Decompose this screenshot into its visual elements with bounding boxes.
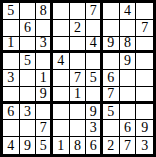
cell-r3c7[interactable]: 9 xyxy=(103,37,120,54)
cell-r1c5[interactable] xyxy=(70,3,87,20)
cell-r3c9[interactable] xyxy=(136,37,153,54)
cell-r6c5[interactable]: 1 xyxy=(70,87,87,104)
cell-r7c2[interactable]: 3 xyxy=(20,104,37,121)
cell-r4c3[interactable] xyxy=(36,53,53,70)
cell-r3c4[interactable] xyxy=(53,37,70,54)
cell-r9c1[interactable]: 4 xyxy=(3,137,20,154)
cell-r2c8[interactable] xyxy=(120,20,137,37)
cell-r6c7[interactable]: 7 xyxy=(103,87,120,104)
cell-r8c6[interactable]: 3 xyxy=(86,120,103,137)
cell-r5c2[interactable] xyxy=(20,70,37,87)
cell-r9c9[interactable]: 3 xyxy=(136,137,153,154)
cell-r9c2[interactable]: 9 xyxy=(20,137,37,154)
cell-r9c8[interactable]: 7 xyxy=(120,137,137,154)
cell-r3c6[interactable]: 4 xyxy=(86,37,103,54)
cell-r4c2[interactable]: 5 xyxy=(20,53,37,70)
cell-r2c9[interactable]: 7 xyxy=(136,20,153,37)
cell-r2c6[interactable] xyxy=(86,20,103,37)
cell-r1c4[interactable] xyxy=(53,3,70,20)
cell-r9c4[interactable]: 1 xyxy=(53,137,70,154)
cell-r5c1[interactable]: 3 xyxy=(3,70,20,87)
cell-r8c2[interactable] xyxy=(20,120,37,137)
cell-r4c9[interactable] xyxy=(136,53,153,70)
cell-r7c8[interactable] xyxy=(120,104,137,121)
cell-r1c3[interactable]: 8 xyxy=(36,3,53,20)
sudoku-board: 5874627134985493175691763957369495186273 xyxy=(0,0,156,157)
cell-r1c9[interactable] xyxy=(136,3,153,20)
cell-r2c1[interactable] xyxy=(3,20,20,37)
cell-r8c5[interactable] xyxy=(70,120,87,137)
cell-r8c8[interactable]: 6 xyxy=(120,120,137,137)
cell-r9c7[interactable]: 2 xyxy=(103,137,120,154)
cell-r5c4[interactable] xyxy=(53,70,70,87)
cell-r2c3[interactable] xyxy=(36,20,53,37)
cell-r6c3[interactable]: 9 xyxy=(36,87,53,104)
cell-r3c8[interactable]: 8 xyxy=(120,37,137,54)
cell-r8c7[interactable] xyxy=(103,120,120,137)
cell-r1c7[interactable] xyxy=(103,3,120,20)
cell-r5c8[interactable] xyxy=(120,70,137,87)
cell-r4c5[interactable] xyxy=(70,53,87,70)
cell-r2c7[interactable] xyxy=(103,20,120,37)
cell-r4c7[interactable] xyxy=(103,53,120,70)
cell-r6c4[interactable] xyxy=(53,87,70,104)
cell-r2c2[interactable]: 6 xyxy=(20,20,37,37)
cell-r7c5[interactable] xyxy=(70,104,87,121)
cell-r4c6[interactable] xyxy=(86,53,103,70)
cell-r7c7[interactable]: 5 xyxy=(103,104,120,121)
cell-r1c8[interactable]: 4 xyxy=(120,3,137,20)
cell-r7c9[interactable] xyxy=(136,104,153,121)
cell-r7c1[interactable]: 6 xyxy=(3,104,20,121)
cell-r5c7[interactable]: 6 xyxy=(103,70,120,87)
cell-r9c3[interactable]: 5 xyxy=(36,137,53,154)
cell-r7c3[interactable] xyxy=(36,104,53,121)
cell-r5c9[interactable] xyxy=(136,70,153,87)
cell-r1c6[interactable]: 7 xyxy=(86,3,103,20)
cell-r4c1[interactable] xyxy=(3,53,20,70)
cell-r2c4[interactable] xyxy=(53,20,70,37)
cell-r5c3[interactable]: 1 xyxy=(36,70,53,87)
cell-r9c5[interactable]: 8 xyxy=(70,137,87,154)
cell-r4c8[interactable]: 9 xyxy=(120,53,137,70)
cell-r3c1[interactable]: 1 xyxy=(3,37,20,54)
cell-r8c4[interactable] xyxy=(53,120,70,137)
cell-r3c3[interactable]: 3 xyxy=(36,37,53,54)
cell-r7c6[interactable]: 9 xyxy=(86,104,103,121)
cell-r5c6[interactable]: 5 xyxy=(86,70,103,87)
cell-r1c2[interactable] xyxy=(20,3,37,20)
cell-r8c9[interactable]: 9 xyxy=(136,120,153,137)
cell-r6c6[interactable] xyxy=(86,87,103,104)
cell-r3c5[interactable] xyxy=(70,37,87,54)
cell-r5c5[interactable]: 7 xyxy=(70,70,87,87)
cell-r6c8[interactable] xyxy=(120,87,137,104)
cell-r9c6[interactable]: 6 xyxy=(86,137,103,154)
cell-r4c4[interactable]: 4 xyxy=(53,53,70,70)
cell-r2c5[interactable]: 2 xyxy=(70,20,87,37)
cell-r6c1[interactable] xyxy=(3,87,20,104)
cell-r3c2[interactable] xyxy=(20,37,37,54)
cell-r8c1[interactable] xyxy=(3,120,20,137)
cell-r8c3[interactable]: 7 xyxy=(36,120,53,137)
cell-r1c1[interactable]: 5 xyxy=(3,3,20,20)
cell-r6c2[interactable] xyxy=(20,87,37,104)
cell-r7c4[interactable] xyxy=(53,104,70,121)
cell-r6c9[interactable] xyxy=(136,87,153,104)
